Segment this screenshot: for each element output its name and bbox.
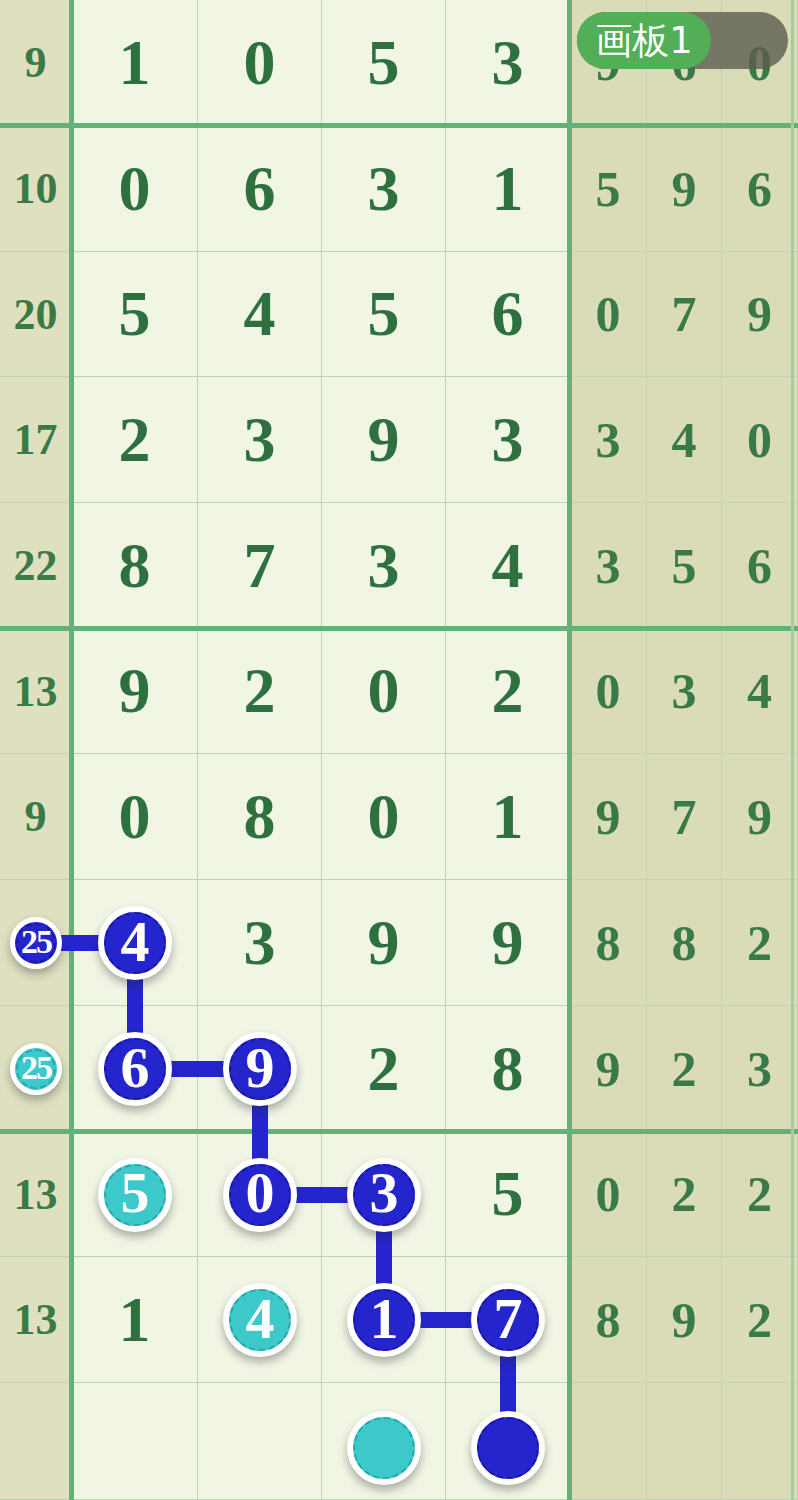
target-cell-r1: 9 [0,0,72,126]
main-cell-r3c3[interactable]: 5 [322,252,446,377]
side-cell-r10c2: 2 [647,1132,722,1257]
main-cell-r6c4[interactable]: 2 [446,629,570,754]
artboard-label[interactable]: 画板1 [577,12,711,69]
main-cell-r11c1[interactable]: 1 [72,1257,198,1383]
main-cell-r2c2[interactable]: 6 [198,126,322,252]
main-cell-r4c4[interactable]: 3 [446,377,570,503]
path-circle-blue-r8c0-25[interactable]: 25 [10,917,62,969]
main-cell-r2c3[interactable]: 3 [322,126,446,252]
side-cell-r2c3: 6 [722,126,798,252]
artboard-label-text: 画板1 [595,16,693,66]
side-cell-r3c1: 0 [570,252,647,377]
main-cell-r7c1[interactable]: 0 [72,754,198,880]
side-cell-r8c2: 8 [647,880,722,1006]
side-cell-r10c3: 2 [722,1132,798,1257]
main-cell-r1c4[interactable]: 3 [446,0,570,126]
side-cell-r5c3: 6 [722,503,798,629]
side-cell-r12c3 [722,1383,798,1500]
main-cell-r8c3[interactable]: 9 [322,880,446,1006]
main-cell-r7c2[interactable]: 8 [198,754,322,880]
main-cell-r8c4[interactable]: 9 [446,880,570,1006]
path-circle-cyan-r9c0-25[interactable]: 25 [10,1043,62,1095]
side-cell-r3c3: 9 [722,252,798,377]
main-cell-r4c1[interactable]: 2 [72,377,198,503]
path-circle-blue-r9c2-9[interactable]: 9 [223,1032,297,1106]
target-cell-r6: 13 [0,629,72,754]
side-cell-r5c1: 3 [570,503,647,629]
side-cell-r5c2: 5 [647,503,722,629]
path-circle-blue-r10c3-3[interactable]: 3 [347,1158,421,1232]
main-cell-r9c3[interactable]: 2 [322,1006,446,1132]
target-cell-r12 [0,1383,72,1500]
side-cell-r3c2: 7 [647,252,722,377]
main-cell-r5c3[interactable]: 3 [322,503,446,629]
side-cell-r2c2: 9 [647,126,722,252]
main-cell-r7c3[interactable]: 0 [322,754,446,880]
target-cell-r4: 17 [0,377,72,503]
main-cell-r1c2[interactable]: 0 [198,0,322,126]
puzzle-grid: 9105396010063159620545607917239334022873… [0,0,798,1500]
path-circle-blue-r12c4-empty[interactable] [471,1411,545,1485]
side-cell-r12c1 [570,1383,647,1500]
main-cell-r1c1[interactable]: 1 [72,0,198,126]
main-cell-r4c3[interactable]: 9 [322,377,446,503]
main-cell-r7c4[interactable]: 1 [446,754,570,880]
path-circle-blue-r9c1-6[interactable]: 6 [98,1032,172,1106]
main-cell-r9c4[interactable]: 8 [446,1006,570,1132]
path-circle-cyan-r11c2-4[interactable]: 4 [223,1283,297,1357]
side-cell-r11c3: 2 [722,1257,798,1383]
side-cell-r9c2: 2 [647,1006,722,1132]
side-cell-r11c1: 8 [570,1257,647,1383]
target-cell-r2: 10 [0,126,72,252]
main-cell-r5c1[interactable]: 8 [72,503,198,629]
main-cell-r5c2[interactable]: 7 [198,503,322,629]
side-cell-r9c3: 3 [722,1006,798,1132]
main-cell-r2c4[interactable]: 1 [446,126,570,252]
path-circle-blue-r11c4-7[interactable]: 7 [471,1283,545,1357]
target-cell-r11: 13 [0,1257,72,1383]
side-cell-r12c2 [647,1383,722,1500]
target-cell-r7: 9 [0,754,72,880]
side-cell-r6c3: 4 [722,629,798,754]
main-cell-r6c3[interactable]: 0 [322,629,446,754]
main-cell-r4c2[interactable]: 3 [198,377,322,503]
target-cell-r3: 20 [0,252,72,377]
main-cell-r5c4[interactable]: 4 [446,503,570,629]
path-circle-blue-r8c1-4[interactable]: 4 [98,906,172,980]
side-cell-r7c2: 7 [647,754,722,880]
puzzle-board: 9105396010063159620545607917239334022873… [0,0,798,1500]
main-cell-r3c1[interactable]: 5 [72,252,198,377]
main-cell-r12c2[interactable] [198,1383,322,1500]
main-cell-r3c4[interactable]: 6 [446,252,570,377]
side-cell-r6c2: 3 [647,629,722,754]
target-cell-r10: 13 [0,1132,72,1257]
main-cell-r12c1[interactable] [72,1383,198,1500]
side-cell-r7c1: 9 [570,754,647,880]
side-cell-r8c1: 8 [570,880,647,1006]
main-cell-r10c4[interactable]: 5 [446,1132,570,1257]
side-cell-r8c3: 2 [722,880,798,1006]
path-circle-blue-r10c2-0[interactable]: 0 [223,1158,297,1232]
main-cell-r2c1[interactable]: 0 [72,126,198,252]
main-cell-r3c2[interactable]: 4 [198,252,322,377]
main-cell-r6c1[interactable]: 9 [72,629,198,754]
side-cell-r9c1: 9 [570,1006,647,1132]
main-cell-r8c2[interactable]: 3 [198,880,322,1006]
path-circle-blue-r11c3-1[interactable]: 1 [347,1283,421,1357]
side-cell-r7c3: 9 [722,754,798,880]
target-cell-r5: 22 [0,503,72,629]
side-cell-r4c2: 4 [647,377,722,503]
side-cell-r4c3: 0 [722,377,798,503]
side-cell-r11c2: 9 [647,1257,722,1383]
side-cell-r10c1: 0 [570,1132,647,1257]
main-cell-r1c3[interactable]: 5 [322,0,446,126]
path-circle-cyan-r10c1-5[interactable]: 5 [98,1158,172,1232]
main-cell-r6c2[interactable]: 2 [198,629,322,754]
side-cell-r6c1: 0 [570,629,647,754]
path-circle-cyan-r12c3-empty[interactable] [347,1411,421,1485]
side-cell-r4c1: 3 [570,377,647,503]
side-cell-r2c1: 5 [570,126,647,252]
